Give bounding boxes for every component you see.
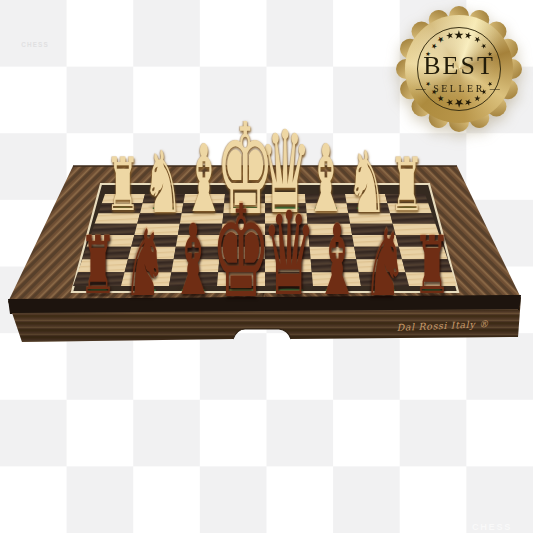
square-h2: [98, 203, 142, 213]
badge-best-label: BEST: [394, 51, 524, 81]
square-e3: [222, 213, 265, 224]
square-g7: [125, 259, 174, 272]
square-d7: [265, 259, 312, 272]
square-c3: [307, 213, 351, 224]
square-d8: [265, 272, 313, 286]
badge-seller-label: — SELLER —: [394, 83, 524, 94]
square-f5: [176, 235, 222, 247]
square-f1: [183, 194, 225, 203]
square-c7: [311, 259, 359, 272]
square-f6: [174, 247, 221, 259]
square-f2: [182, 203, 225, 213]
square-f7: [171, 259, 219, 272]
square-f3: [180, 213, 224, 224]
square-c2: [306, 203, 349, 213]
square-b1: [345, 194, 387, 203]
square-c1: [305, 194, 347, 203]
square-b7: [356, 259, 405, 272]
square-d1: [265, 194, 306, 203]
square-g6: [128, 247, 176, 259]
square-g5: [131, 235, 178, 247]
latch-notch: [233, 329, 291, 339]
square-b2: [347, 203, 390, 213]
square-c5: [309, 235, 355, 247]
square-a8: [405, 272, 457, 286]
square-b4: [350, 224, 396, 235]
square-f8: [169, 272, 218, 286]
square-a4: [393, 224, 439, 235]
square-b6: [354, 247, 402, 259]
square-f4: [178, 224, 223, 235]
square-h6: [82, 247, 131, 259]
square-g1: [143, 194, 185, 203]
product-image: CHESS CHESS: [0, 0, 533, 533]
square-g8: [121, 272, 171, 286]
square-a6: [399, 247, 448, 259]
square-a2: [387, 203, 431, 213]
square-h8: [73, 272, 125, 286]
square-c6: [310, 247, 357, 259]
square-e4: [221, 224, 265, 235]
square-d5: [265, 235, 310, 247]
square-e7: [218, 259, 265, 272]
square-h1: [102, 194, 145, 203]
square-h4: [91, 224, 137, 235]
square-a5: [396, 235, 444, 247]
square-e8: [217, 272, 265, 286]
square-g3: [137, 213, 181, 224]
square-b5: [352, 235, 399, 247]
square-e6: [219, 247, 265, 259]
square-g2: [140, 203, 183, 213]
square-c8: [312, 272, 361, 286]
square-b3: [348, 213, 392, 224]
square-a3: [390, 213, 435, 224]
square-d3: [265, 213, 308, 224]
square-h7: [78, 259, 128, 272]
square-e1: [224, 194, 265, 203]
best-seller-badge: ★★★★★★★★★★★★★★★★★★ BEST — SELLER —: [394, 4, 524, 134]
square-c4: [308, 224, 353, 235]
square-a7: [402, 259, 452, 272]
square-g4: [134, 224, 180, 235]
square-h3: [95, 213, 140, 224]
square-d6: [265, 247, 311, 259]
square-e2: [223, 203, 265, 213]
square-d2: [265, 203, 307, 213]
square-e5: [220, 235, 265, 247]
square-a1: [385, 194, 428, 203]
square-h5: [87, 235, 135, 247]
squares-grid: [73, 194, 457, 286]
square-d4: [265, 224, 309, 235]
square-b8: [359, 272, 409, 286]
